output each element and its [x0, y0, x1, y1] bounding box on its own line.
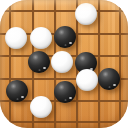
grid-line-vertical-0	[9, 0, 11, 128]
grid-line-vertical-5	[119, 0, 121, 128]
white-stone-r1c0	[5, 27, 27, 49]
white-stone-r4c1	[30, 96, 52, 118]
black-stone-r3c4	[98, 68, 120, 90]
grid-line-horizontal-5	[0, 121, 128, 123]
white-stone-r3c3	[76, 69, 98, 91]
grid-line-vertical-4	[98, 0, 100, 128]
black-stone-r4c0	[6, 80, 28, 102]
black-stone-r2c1	[28, 51, 50, 73]
black-stone-r4c2	[54, 81, 76, 103]
black-stone-r1c2	[54, 26, 76, 48]
white-stone-r1c1	[30, 27, 52, 49]
white-stone-r0c3	[75, 3, 97, 25]
go-app-icon[interactable]	[0, 0, 128, 128]
grid-line-horizontal-0	[0, 10, 128, 12]
white-stone-r2c2	[51, 51, 73, 73]
